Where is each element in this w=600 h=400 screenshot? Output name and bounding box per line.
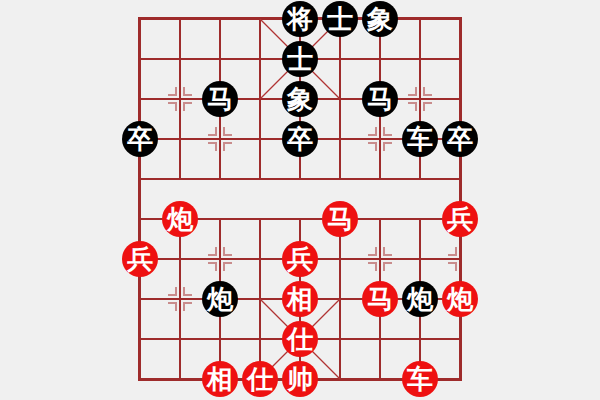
board-point-f7r0: 象 [360, 0, 400, 39]
piece-black-soldier[interactable]: 卒 [282, 121, 318, 157]
piece-black-general[interactable]: 将 [282, 1, 318, 37]
piece-black-elephant[interactable]: 象 [362, 1, 398, 37]
piece-red-advisor[interactable]: 仕 [282, 321, 318, 357]
board-point-f5r6: 兵 [280, 239, 320, 279]
board-point-f1r6: 兵 [120, 239, 160, 279]
board-point-f5r9: 帅 [280, 359, 320, 399]
board-point-f9r3: 卒 [440, 119, 480, 159]
piece-black-advisor[interactable]: 士 [322, 1, 358, 37]
board-point-f6r0: 士 [320, 0, 360, 39]
piece-black-soldier[interactable]: 卒 [442, 121, 478, 157]
board-point-f7r2: 马 [360, 79, 400, 119]
board-point-f5r0: 将 [280, 0, 320, 39]
board-point-f1r3: 卒 [120, 119, 160, 159]
piece-red-horse[interactable]: 马 [322, 201, 358, 237]
piece-black-chariot[interactable]: 车 [402, 121, 438, 157]
piece-red-soldier[interactable]: 兵 [282, 241, 318, 277]
board-point-f3r7: 炮 [200, 279, 240, 319]
board-point-f2r5: 炮 [160, 199, 200, 239]
board-point-f5r7: 相 [280, 279, 320, 319]
piece-black-horse[interactable]: 马 [362, 81, 398, 117]
board-point-f5r1: 士 [280, 39, 320, 79]
board-point-f4r9: 仕 [240, 359, 280, 399]
board-point-f9r5: 兵 [440, 199, 480, 239]
piece-red-horse[interactable]: 马 [362, 281, 398, 317]
piece-red-advisor[interactable]: 仕 [242, 361, 278, 397]
piece-layer: 将士象士马象马卒卒车卒炮马兵兵兵炮相马炮炮仕相仕帅车 [120, 0, 480, 399]
piece-red-cannon[interactable]: 炮 [162, 201, 198, 237]
board-point-f5r2: 象 [280, 79, 320, 119]
piece-black-cannon[interactable]: 炮 [402, 281, 438, 317]
board-point-f3r2: 马 [200, 79, 240, 119]
xiangqi-app: 将士象士马象马卒卒车卒炮马兵兵兵炮相马炮炮仕相仕帅车 [0, 0, 600, 400]
piece-red-cannon[interactable]: 炮 [442, 281, 478, 317]
piece-red-elephant[interactable]: 相 [282, 281, 318, 317]
board-point-f6r5: 马 [320, 199, 360, 239]
board-point-f8r9: 车 [400, 359, 440, 399]
board-point-f3r9: 相 [200, 359, 240, 399]
piece-red-soldier[interactable]: 兵 [442, 201, 478, 237]
piece-black-horse[interactable]: 马 [202, 81, 238, 117]
board-point-f8r3: 车 [400, 119, 440, 159]
board-point-f5r3: 卒 [280, 119, 320, 159]
board-point-f7r7: 马 [360, 279, 400, 319]
board-point-f5r8: 仕 [280, 319, 320, 359]
board-point-f8r7: 炮 [400, 279, 440, 319]
piece-red-soldier[interactable]: 兵 [122, 241, 158, 277]
board-point-f9r7: 炮 [440, 279, 480, 319]
piece-red-general[interactable]: 帅 [282, 361, 318, 397]
piece-red-elephant[interactable]: 相 [202, 361, 238, 397]
piece-black-cannon[interactable]: 炮 [202, 281, 238, 317]
piece-black-advisor[interactable]: 士 [282, 41, 318, 77]
piece-black-soldier[interactable]: 卒 [122, 121, 158, 157]
piece-black-elephant[interactable]: 象 [282, 81, 318, 117]
piece-red-chariot[interactable]: 车 [402, 361, 438, 397]
